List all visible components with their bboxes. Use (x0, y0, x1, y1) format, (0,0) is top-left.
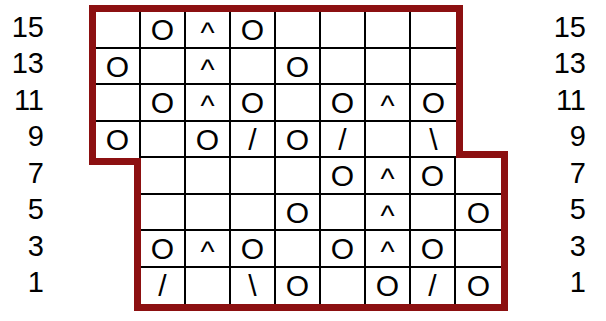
knitting-chart: O^OO^OO^OO^OOO/O/\O^OO^OO^OO^O/\OO/O 151… (0, 0, 606, 321)
cell-row15-st2: O (141, 12, 186, 49)
row-number-left-5: 5 (0, 191, 44, 228)
cell-row5-st1 (141, 195, 186, 232)
cell-row11-st4: O (231, 85, 276, 122)
cell-row9-st3: O (186, 122, 231, 159)
row-number-right-15: 15 (540, 9, 586, 46)
stitch-yarn-over: O (421, 158, 444, 195)
row-number-right-9: 9 (540, 118, 586, 155)
stitch-yarn-over: O (151, 12, 174, 49)
stitch-right-decrease: / (248, 122, 256, 159)
cell-row7-st6: ^ (366, 158, 411, 195)
row-number-left-9: 9 (0, 118, 44, 155)
stitch-yarn-over: O (286, 195, 309, 232)
cell-row15-st4: O (231, 12, 276, 49)
cell-row11-st6: O (321, 85, 366, 122)
cell-row11-st5 (276, 85, 321, 122)
cell-row1-st3: \ (231, 268, 276, 305)
cell-row11-st8: O (411, 85, 456, 122)
row-number-right-7: 7 (540, 155, 586, 192)
cell-row1-st4: O (276, 268, 321, 305)
cell-row5-st4: O (276, 195, 321, 232)
cell-row5-st2 (186, 195, 231, 232)
cell-row15-st7 (366, 12, 411, 49)
cell-row11-st1 (96, 85, 141, 122)
stitch-yarn-over: O (151, 231, 174, 268)
cell-row7-st1 (141, 158, 186, 195)
cell-row15-st6 (321, 12, 366, 49)
cell-row13-st4 (231, 49, 276, 86)
row-number-right-5: 5 (540, 191, 586, 228)
cell-row13-st6 (321, 49, 366, 86)
cell-row9-st8: \ (411, 122, 456, 159)
row-number-left-11: 11 (0, 82, 44, 119)
row-number-left-3: 3 (0, 228, 44, 265)
cell-row13-st5: O (276, 49, 321, 86)
stitch-yarn-over: O (241, 231, 264, 268)
stitch-double-decrease: ^ (200, 52, 214, 89)
cell-row7-st2 (186, 158, 231, 195)
chart-grid: O^OO^OO^OO^OOO/O/\O^OO^OO^OO^O/\OO/O (96, 12, 501, 304)
row-number-left-1: 1 (0, 264, 44, 301)
row-number-right-13: 13 (540, 45, 586, 82)
row-number-right-11: 11 (540, 82, 586, 119)
stitch-yarn-over: O (422, 85, 445, 122)
stitch-yarn-over: O (241, 85, 264, 122)
stitch-yarn-over: O (196, 122, 219, 159)
cell-row11-st7: ^ (366, 85, 411, 122)
stitch-double-decrease: ^ (380, 161, 394, 198)
cell-row1-st7: / (411, 268, 456, 305)
stitch-left-decrease: \ (429, 122, 437, 159)
cell-row13-st7 (366, 49, 411, 86)
cell-row9-st7 (366, 122, 411, 159)
cell-row3-st3: O (231, 231, 276, 268)
cell-row9-st5: O (276, 122, 321, 159)
cell-row15-st8 (411, 12, 456, 49)
cell-row3-st7: O (411, 231, 456, 268)
stitch-right-decrease: / (428, 268, 436, 305)
stitch-yarn-over: O (467, 195, 490, 232)
stitch-right-decrease: / (338, 122, 346, 159)
stitch-double-decrease: ^ (200, 15, 214, 52)
stitch-right-decrease: / (158, 268, 166, 305)
stitch-yarn-over: O (421, 231, 444, 268)
row-number-right-3: 3 (540, 228, 586, 265)
cell-row5-st5 (321, 195, 366, 232)
stitch-yarn-over: O (241, 12, 264, 49)
stitch-yarn-over: O (331, 85, 354, 122)
stitch-yarn-over: O (106, 49, 129, 86)
stitch-yarn-over: O (467, 268, 490, 305)
cell-row5-st8: O (456, 195, 501, 232)
cell-row3-st6: ^ (366, 231, 411, 268)
stitch-yarn-over: O (286, 268, 309, 305)
cell-row1-st5 (321, 268, 366, 305)
stitch-yarn-over: O (151, 85, 174, 122)
stitch-double-decrease: ^ (380, 88, 394, 125)
cell-row3-st2: ^ (186, 231, 231, 268)
stitch-yarn-over: O (331, 231, 354, 268)
stitch-yarn-over: O (106, 122, 129, 159)
stitch-double-decrease: ^ (200, 88, 214, 125)
cell-row3-st5: O (321, 231, 366, 268)
cell-row13-st1: O (96, 49, 141, 86)
cell-row11-st2: O (141, 85, 186, 122)
row-number-left-13: 13 (0, 45, 44, 82)
cell-row9-st6: / (321, 122, 366, 159)
cell-row9-st4: / (231, 122, 276, 159)
cell-row3-st8 (456, 231, 501, 268)
cell-row15-st1 (96, 12, 141, 49)
cell-row1-st6: O (366, 268, 411, 305)
cell-row9-st2 (141, 122, 186, 159)
cell-row5-st7 (411, 195, 456, 232)
cell-row5-st6: ^ (366, 195, 411, 232)
cell-row1-st8: O (456, 268, 501, 305)
cell-row11-st3: ^ (186, 85, 231, 122)
cell-row3-st1: O (141, 231, 186, 268)
cell-row7-st8 (456, 158, 501, 195)
cell-row3-st4 (276, 231, 321, 268)
cell-row7-st3 (231, 158, 276, 195)
stitch-yarn-over: O (376, 268, 399, 305)
cell-row9-st1: O (96, 122, 141, 159)
row-number-right-1: 1 (540, 264, 586, 301)
cell-row15-st5 (276, 12, 321, 49)
cell-row13-st3: ^ (186, 49, 231, 86)
stitch-left-decrease: \ (248, 268, 256, 305)
cell-row13-st8 (411, 49, 456, 86)
row-number-left-15: 15 (0, 9, 44, 46)
cell-row13-st2 (141, 49, 186, 86)
row-number-left-7: 7 (0, 155, 44, 192)
stitch-yarn-over: O (331, 158, 354, 195)
cell-row1-st1: / (141, 268, 186, 305)
stitch-double-decrease: ^ (380, 234, 394, 271)
cell-row5-st3 (231, 195, 276, 232)
cell-row7-st7: O (411, 158, 456, 195)
stitch-double-decrease: ^ (380, 198, 394, 235)
stitch-yarn-over: O (286, 49, 309, 86)
cell-row15-st3: ^ (186, 12, 231, 49)
stitch-double-decrease: ^ (200, 234, 214, 271)
cell-row7-st4 (276, 158, 321, 195)
stitch-yarn-over: O (286, 122, 309, 159)
cell-row7-st5: O (321, 158, 366, 195)
cell-row1-st2 (186, 268, 231, 305)
